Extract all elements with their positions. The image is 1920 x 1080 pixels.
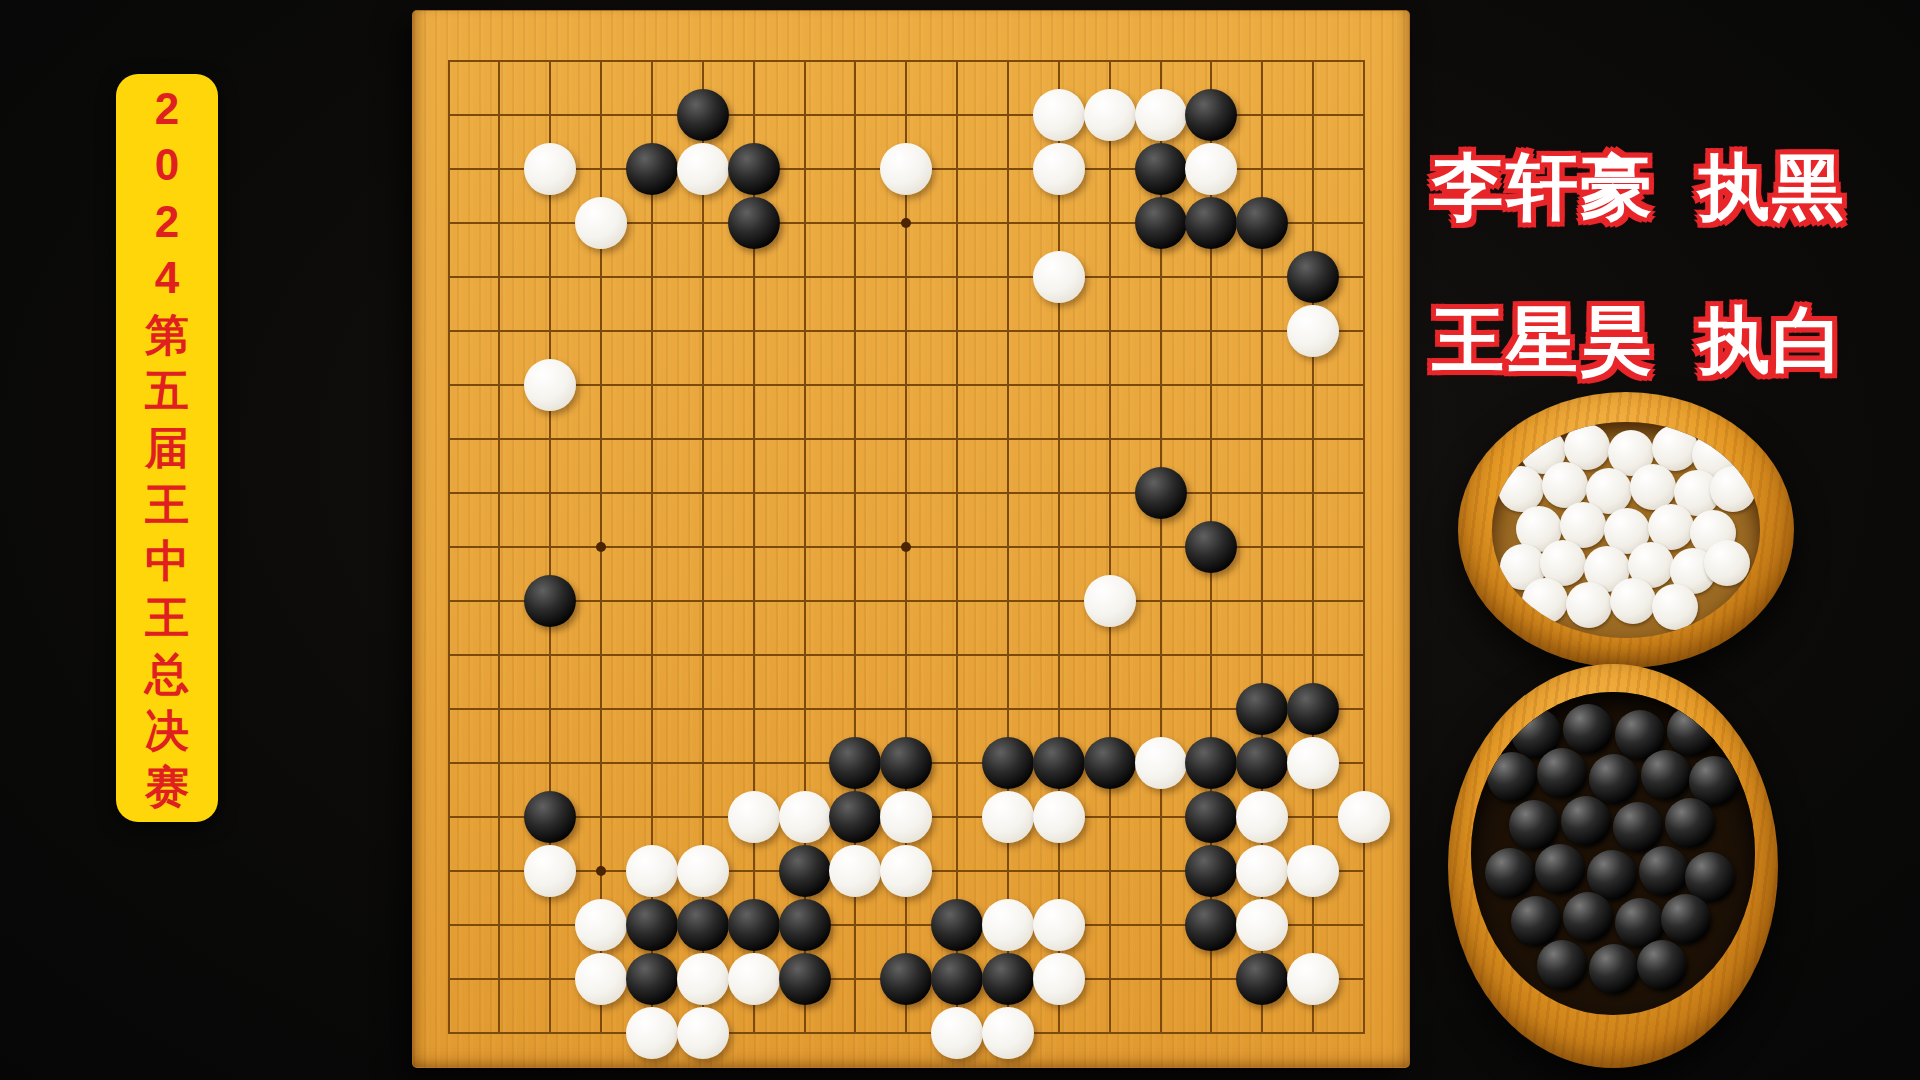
white-stones-bowl: [1458, 392, 1794, 668]
bowl-black-stone: [1613, 802, 1663, 852]
banner-character: 中: [145, 539, 189, 583]
stone-white: [1084, 89, 1136, 141]
stone-white: [982, 899, 1034, 951]
star-point: [596, 542, 606, 552]
stone-black: [677, 899, 729, 951]
banner-character: 赛: [145, 765, 189, 809]
white-player-caption: 王星昊 执白: [1432, 303, 1846, 379]
stone-black: [779, 899, 831, 951]
bowl-black-stone: [1661, 894, 1711, 944]
bowl-black-stone: [1509, 800, 1559, 850]
banner-character: 2: [155, 87, 179, 131]
stone-black: [1236, 197, 1288, 249]
stone-white: [1033, 89, 1085, 141]
stone-white: [524, 143, 576, 195]
bowl-black-stone: [1665, 798, 1715, 848]
stone-white: [1185, 143, 1237, 195]
stone-white: [728, 791, 780, 843]
bowl-white-stone: [1652, 584, 1698, 630]
stone-black: [1185, 845, 1237, 897]
stone-white: [575, 899, 627, 951]
banner-character: 五: [145, 369, 189, 413]
stone-black: [677, 89, 729, 141]
stone-black: [982, 953, 1034, 1005]
grid-line: [448, 600, 1366, 602]
stone-black: [1084, 737, 1136, 789]
bowl-white-stone: [1710, 466, 1756, 512]
bowl-white-stone: [1566, 582, 1612, 628]
stone-black: [829, 737, 881, 789]
white-stones-bowl-opening: [1492, 422, 1761, 637]
stone-white: [626, 845, 678, 897]
stone-black: [728, 143, 780, 195]
stone-white: [677, 143, 729, 195]
stone-black: [1236, 737, 1288, 789]
stone-black: [524, 791, 576, 843]
grid-line: [1058, 60, 1060, 1034]
stone-black: [1185, 899, 1237, 951]
bowl-black-stone: [1563, 892, 1613, 942]
black-stones-bowl: [1448, 664, 1778, 1068]
stone-black: [626, 143, 678, 195]
stone-black: [1135, 143, 1187, 195]
bowl-black-stone: [1639, 846, 1689, 896]
banner-character: 0: [155, 143, 179, 187]
stone-white: [880, 143, 932, 195]
stone-white: [728, 953, 780, 1005]
stone-white: [1287, 305, 1339, 357]
bowl-white-stone: [1610, 578, 1656, 624]
stone-black: [1185, 791, 1237, 843]
stone-black: [779, 845, 831, 897]
stone-black: [931, 899, 983, 951]
stone-black: [1236, 683, 1288, 735]
bowl-black-stone: [1535, 844, 1585, 894]
bowl-black-stone: [1537, 748, 1587, 798]
black-stones-bowl-opening: [1471, 692, 1755, 1015]
star-point: [596, 866, 606, 876]
banner-character: 2: [155, 200, 179, 244]
banner-character: 第: [145, 313, 189, 357]
stone-white: [575, 953, 627, 1005]
stone-white: [880, 845, 932, 897]
stone-white: [1287, 737, 1339, 789]
banner-character: 决: [145, 709, 189, 753]
stone-white: [982, 791, 1034, 843]
bowl-black-stone: [1487, 752, 1537, 802]
banner-character: 王: [145, 596, 189, 640]
stone-black: [1033, 737, 1085, 789]
stone-white: [1236, 899, 1288, 951]
event-banner: 2024第五届王中王总决赛: [116, 74, 218, 822]
bowl-black-stone: [1485, 848, 1535, 898]
bowl-black-stone: [1561, 796, 1611, 846]
stone-white: [524, 359, 576, 411]
stone-black: [1185, 737, 1237, 789]
bowl-black-stone: [1589, 944, 1639, 994]
stone-white: [1084, 575, 1136, 627]
grid-line: [1109, 60, 1111, 1034]
stone-black: [1135, 197, 1187, 249]
grid-line: [448, 708, 1366, 710]
stone-white: [1033, 251, 1085, 303]
stone-black: [880, 737, 932, 789]
go-board: [412, 10, 1410, 1068]
stone-black: [728, 197, 780, 249]
stone-white: [880, 791, 932, 843]
stone-black: [931, 953, 983, 1005]
stone-white: [1135, 89, 1187, 141]
bowl-black-stone: [1563, 704, 1613, 754]
bowl-black-stone: [1511, 896, 1561, 946]
grid-line: [448, 654, 1366, 656]
stone-white: [1287, 953, 1339, 1005]
bowl-black-stone: [1667, 706, 1717, 756]
stone-white: [829, 845, 881, 897]
grid-line: [1007, 60, 1009, 1034]
banner-character: 4: [155, 256, 179, 300]
stone-white: [1236, 791, 1288, 843]
bowl-black-stone: [1589, 754, 1639, 804]
stone-white: [677, 953, 729, 1005]
stone-white: [677, 1007, 729, 1059]
stone-black: [1287, 251, 1339, 303]
stone-black: [1185, 197, 1237, 249]
stone-black: [626, 953, 678, 1005]
stone-black: [1236, 953, 1288, 1005]
stone-white: [677, 845, 729, 897]
stone-black: [524, 575, 576, 627]
bowl-black-stone: [1641, 750, 1691, 800]
grid-line: [956, 60, 958, 1034]
stone-white: [1287, 845, 1339, 897]
stone-black: [880, 953, 932, 1005]
star-point: [901, 542, 911, 552]
stone-black: [1135, 467, 1187, 519]
stone-black: [982, 737, 1034, 789]
bowl-white-stone: [1704, 540, 1750, 586]
stone-black: [1185, 89, 1237, 141]
stone-white: [575, 197, 627, 249]
stone-white: [626, 1007, 678, 1059]
banner-character: 王: [145, 483, 189, 527]
stone-white: [1033, 953, 1085, 1005]
stone-white: [524, 845, 576, 897]
stone-black: [626, 899, 678, 951]
stone-white: [1033, 791, 1085, 843]
banner-character: 总: [145, 652, 189, 696]
banner-character: 届: [145, 426, 189, 470]
stone-white: [1338, 791, 1390, 843]
stone-black: [1185, 521, 1237, 573]
bowl-black-stone: [1537, 940, 1587, 990]
black-player-caption: 李轩豪 执黑: [1432, 150, 1846, 226]
scene: 2024第五届王中王总决赛 李轩豪 执黑 王星昊 执白: [0, 0, 1920, 1080]
stone-white: [1236, 845, 1288, 897]
grid-line: [1363, 60, 1365, 1034]
stone-white: [779, 791, 831, 843]
star-point: [901, 218, 911, 228]
bowl-black-stone: [1637, 940, 1687, 990]
stone-black: [1287, 683, 1339, 735]
stone-black: [829, 791, 881, 843]
stone-white: [1033, 899, 1085, 951]
stone-black: [779, 953, 831, 1005]
stone-white: [931, 1007, 983, 1059]
stone-white: [1135, 737, 1187, 789]
bowl-white-stone: [1522, 578, 1568, 624]
grid-line: [448, 1032, 1366, 1034]
stone-white: [982, 1007, 1034, 1059]
stone-black: [728, 899, 780, 951]
stone-white: [1033, 143, 1085, 195]
